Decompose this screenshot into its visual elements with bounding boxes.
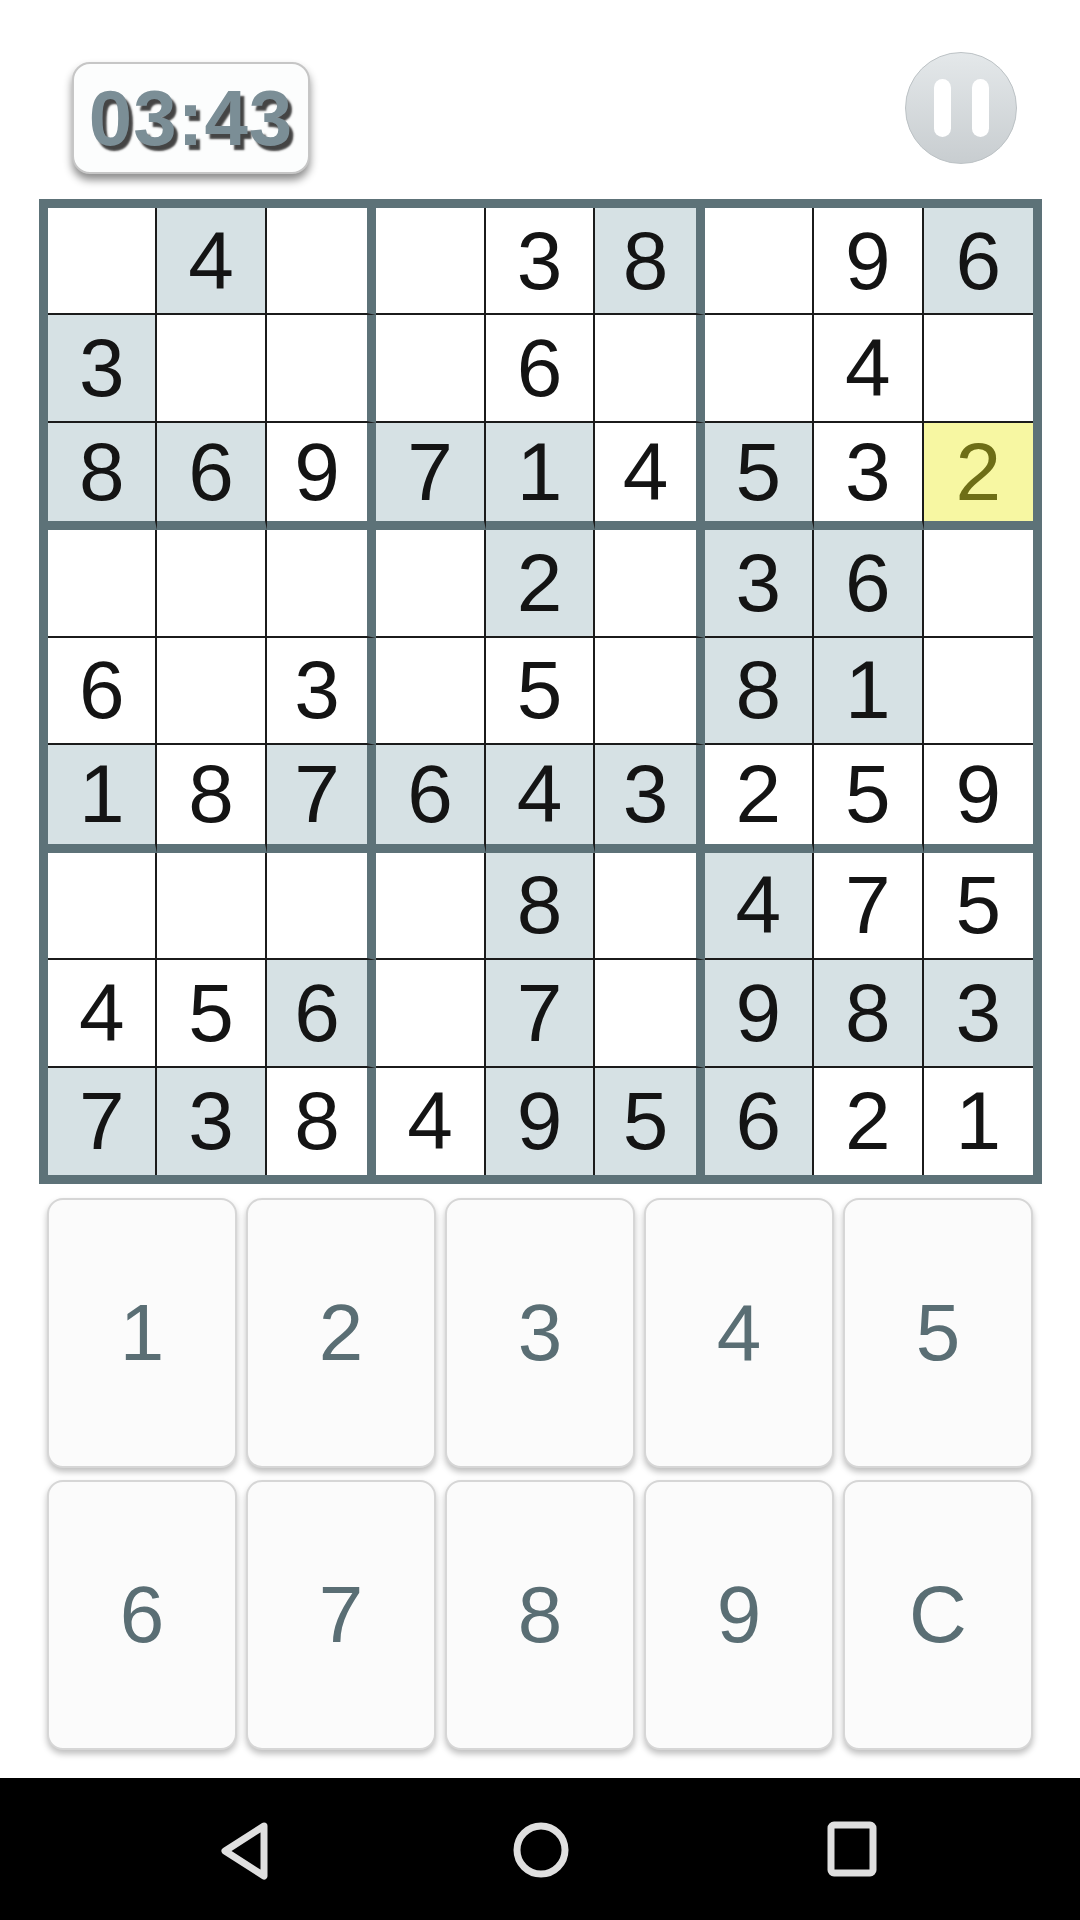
cell-r6c9[interactable]: 9 — [924, 745, 1033, 852]
cell-r9c6[interactable]: 5 — [595, 1068, 704, 1175]
cell-r2c4[interactable] — [376, 315, 485, 422]
cell-r4c8[interactable]: 6 — [814, 530, 923, 637]
cell-r3c8[interactable]: 3 — [814, 423, 923, 530]
keypad-button-2[interactable]: 2 — [246, 1198, 436, 1468]
cell-r4c1[interactable] — [48, 530, 157, 637]
cell-r9c9[interactable]: 1 — [924, 1068, 1033, 1175]
cell-r7c2[interactable] — [157, 853, 266, 960]
keypad-button-7[interactable]: 7 — [246, 1480, 436, 1750]
cell-r2c9[interactable] — [924, 315, 1033, 422]
cell-r9c4[interactable]: 4 — [376, 1068, 485, 1175]
cell-r8c6[interactable] — [595, 960, 704, 1067]
cell-r8c3[interactable]: 6 — [267, 960, 376, 1067]
cell-r8c5[interactable]: 7 — [486, 960, 595, 1067]
cell-r6c3[interactable]: 7 — [267, 745, 376, 852]
keypad-button-3[interactable]: 3 — [445, 1198, 635, 1468]
cell-r7c6[interactable] — [595, 853, 704, 960]
cell-r9c5[interactable]: 9 — [486, 1068, 595, 1175]
cell-r2c6[interactable] — [595, 315, 704, 422]
cell-r3c9[interactable]: 2 — [924, 423, 1033, 530]
cell-r1c5[interactable]: 3 — [486, 208, 595, 315]
cell-r9c3[interactable]: 8 — [267, 1068, 376, 1175]
cell-r7c4[interactable] — [376, 853, 485, 960]
timer-value: 03:43 — [89, 73, 294, 164]
cell-r5c9[interactable] — [924, 638, 1033, 745]
cell-r8c2[interactable]: 5 — [157, 960, 266, 1067]
cell-r6c4[interactable]: 6 — [376, 745, 485, 852]
keypad-button-4[interactable]: 4 — [644, 1198, 834, 1468]
cell-r7c3[interactable] — [267, 853, 376, 960]
cell-r1c9[interactable]: 6 — [924, 208, 1033, 315]
cell-r3c3[interactable]: 9 — [267, 423, 376, 530]
cell-r7c7[interactable]: 4 — [705, 853, 814, 960]
cell-r9c7[interactable]: 6 — [705, 1068, 814, 1175]
cell-r2c5[interactable]: 6 — [486, 315, 595, 422]
keypad-row-1: 1 2 3 4 5 — [47, 1198, 1033, 1468]
cell-r6c1[interactable]: 1 — [48, 745, 157, 852]
sudoku-app: { "game": "sudoku", "position": "0400380… — [0, 0, 1080, 1920]
cell-r3c5[interactable]: 1 — [486, 423, 595, 530]
home-icon[interactable] — [512, 1821, 570, 1882]
cell-r1c7[interactable] — [705, 208, 814, 315]
cell-r6c6[interactable]: 3 — [595, 745, 704, 852]
cell-r4c6[interactable] — [595, 530, 704, 637]
cell-r1c2[interactable]: 4 — [157, 208, 266, 315]
back-icon[interactable] — [218, 1821, 270, 1884]
cell-r8c9[interactable]: 3 — [924, 960, 1033, 1067]
pause-button[interactable] — [905, 52, 1017, 164]
cell-r3c2[interactable]: 6 — [157, 423, 266, 530]
cell-r5c8[interactable]: 1 — [814, 638, 923, 745]
cell-r4c4[interactable] — [376, 530, 485, 637]
cell-r3c1[interactable]: 8 — [48, 423, 157, 530]
cell-r9c1[interactable]: 7 — [48, 1068, 157, 1175]
keypad-button-8[interactable]: 8 — [445, 1480, 635, 1750]
cell-r2c3[interactable] — [267, 315, 376, 422]
cell-r7c5[interactable]: 8 — [486, 853, 595, 960]
cell-r2c1[interactable]: 3 — [48, 315, 157, 422]
cell-r1c8[interactable]: 9 — [814, 208, 923, 315]
cell-r8c1[interactable]: 4 — [48, 960, 157, 1067]
cell-r9c8[interactable]: 2 — [814, 1068, 923, 1175]
cell-r2c7[interactable] — [705, 315, 814, 422]
cell-r1c3[interactable] — [267, 208, 376, 315]
cell-r5c5[interactable]: 5 — [486, 638, 595, 745]
timer-display: 03:43 — [72, 62, 310, 174]
cell-r2c2[interactable] — [157, 315, 266, 422]
cell-r7c8[interactable]: 7 — [814, 853, 923, 960]
cell-r6c5[interactable]: 4 — [486, 745, 595, 852]
cell-r5c4[interactable] — [376, 638, 485, 745]
cell-r9c2[interactable]: 3 — [157, 1068, 266, 1175]
cell-r6c7[interactable]: 2 — [705, 745, 814, 852]
cell-r6c8[interactable]: 5 — [814, 745, 923, 852]
keypad-button-9[interactable]: 9 — [644, 1480, 834, 1750]
keypad-button-6[interactable]: 6 — [47, 1480, 237, 1750]
number-keypad: 1 2 3 4 5 6 7 8 9 C — [47, 1198, 1033, 1750]
cell-r1c1[interactable] — [48, 208, 157, 315]
cell-r3c7[interactable]: 5 — [705, 423, 814, 530]
cell-r3c6[interactable]: 4 — [595, 423, 704, 530]
cell-r5c6[interactable] — [595, 638, 704, 745]
cell-r5c1[interactable]: 6 — [48, 638, 157, 745]
cell-r8c8[interactable]: 8 — [814, 960, 923, 1067]
keypad-button-1[interactable]: 1 — [47, 1198, 237, 1468]
cell-r6c2[interactable]: 8 — [157, 745, 266, 852]
cell-r5c2[interactable] — [157, 638, 266, 745]
sudoku-board: 4389636486971453223663581187643259847545… — [39, 199, 1042, 1184]
cell-r1c4[interactable] — [376, 208, 485, 315]
cell-r1c6[interactable]: 8 — [595, 208, 704, 315]
cell-r3c4[interactable]: 7 — [376, 423, 485, 530]
cell-r8c4[interactable] — [376, 960, 485, 1067]
cell-r5c7[interactable]: 8 — [705, 638, 814, 745]
cell-r7c1[interactable] — [48, 853, 157, 960]
cell-r5c3[interactable]: 3 — [267, 638, 376, 745]
keypad-button-clear[interactable]: C — [843, 1480, 1033, 1750]
cell-r4c7[interactable]: 3 — [705, 530, 814, 637]
cell-r7c9[interactable]: 5 — [924, 853, 1033, 960]
cell-r4c9[interactable] — [924, 530, 1033, 637]
cell-r4c2[interactable] — [157, 530, 266, 637]
cell-r8c7[interactable]: 9 — [705, 960, 814, 1067]
pause-icon — [972, 79, 989, 137]
cell-r2c8[interactable]: 4 — [814, 315, 923, 422]
android-navbar — [0, 1778, 1080, 1920]
cell-r4c5[interactable]: 2 — [486, 530, 595, 637]
recents-icon[interactable] — [827, 1821, 877, 1880]
cell-r4c3[interactable] — [267, 530, 376, 637]
keypad-button-5[interactable]: 5 — [843, 1198, 1033, 1468]
pause-icon — [934, 79, 951, 137]
keypad-row-2: 6 7 8 9 C — [47, 1480, 1033, 1750]
